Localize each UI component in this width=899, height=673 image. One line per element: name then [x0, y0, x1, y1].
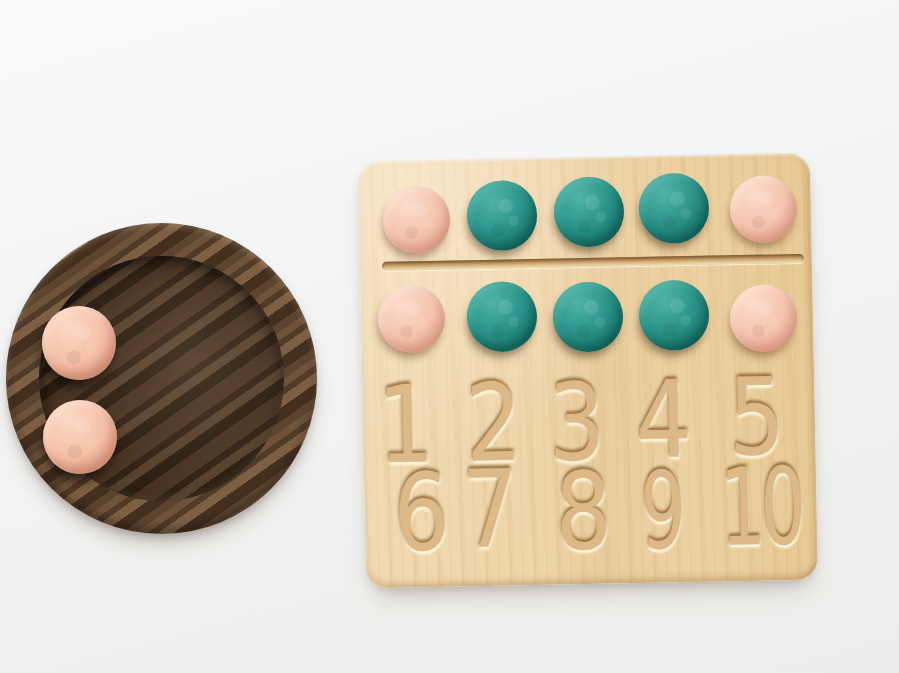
engraved-number-8: 8 — [555, 458, 611, 566]
felt-ball-pink[interactable] — [42, 306, 116, 380]
felt-ball-pink[interactable] — [43, 400, 117, 474]
felt-ball-teal[interactable] — [638, 280, 709, 351]
felt-ball-teal[interactable] — [638, 173, 709, 244]
felt-ball-teal[interactable] — [466, 180, 537, 251]
divider-groove — [382, 254, 804, 271]
felt-ball-teal[interactable] — [552, 281, 623, 352]
felt-ball-pink[interactable] — [729, 283, 797, 351]
felt-ball-teal[interactable] — [553, 176, 624, 247]
board-ball-area — [358, 153, 810, 162]
wooden-tray — [6, 223, 317, 534]
felt-ball-teal[interactable] — [466, 281, 537, 352]
engraved-number-9: 9 — [640, 458, 682, 566]
engraved-number-6: 6 — [393, 459, 449, 567]
counting-board: 1 2 3 4 5 6 7 8 9 10 — [358, 153, 818, 589]
felt-ball-pink[interactable] — [729, 174, 797, 242]
felt-ball-pink[interactable] — [377, 284, 445, 352]
engraved-number-10: 10 — [719, 453, 802, 562]
felt-ball-pink[interactable] — [382, 185, 450, 253]
photo-backdrop: 1 2 3 4 5 6 7 8 9 10 — [0, 0, 899, 673]
engraved-number-7: 7 — [462, 456, 518, 564]
